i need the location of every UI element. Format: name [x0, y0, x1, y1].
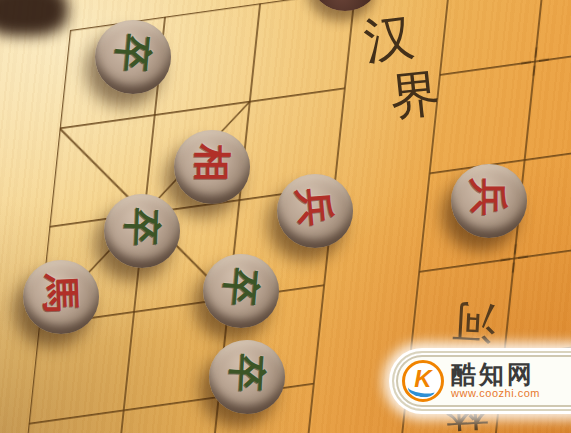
- piece-character: 相: [179, 125, 245, 201]
- watermark-site-url: www.coozhi.com: [451, 388, 540, 400]
- piece-character: 卒: [97, 12, 169, 93]
- piece-character: 卒: [205, 246, 277, 327]
- piece-character: 卒: [108, 188, 177, 266]
- xiangqi-board-photo: 汉 界 河 楚 卒相兵卒馬卒卒兵 K 酷知网 www.coozhi.com: [0, 0, 571, 433]
- piece-character: 兵: [279, 166, 351, 247]
- piece-character: 兵: [456, 159, 522, 235]
- xiangqi-piece-卒: 卒: [203, 254, 279, 328]
- xiangqi-piece-卒: 卒: [104, 194, 180, 268]
- xiangqi-piece-卒: 卒: [209, 340, 285, 414]
- river-label-jie-char: 界: [388, 68, 443, 123]
- river-label-han-char: 汉: [361, 11, 417, 67]
- xiangqi-piece-兵: 兵: [451, 164, 527, 238]
- piece-character: 馬: [27, 254, 96, 332]
- piece-character: 卒: [212, 333, 282, 412]
- xiangqi-piece-相: 相: [174, 130, 250, 204]
- xiangqi-piece-馬: 馬: [23, 260, 99, 334]
- logo-letter: K: [414, 365, 431, 393]
- xiangqi-piece-兵: 兵: [277, 174, 353, 248]
- watermark-site-name: 酷知网: [451, 362, 540, 388]
- watermark-badge: K 酷知网 www.coozhi.com: [392, 351, 571, 411]
- river-label-he-char-rotated: 河: [451, 300, 497, 346]
- table-edge-shadow: [0, 0, 68, 36]
- xiangqi-piece-卒: 卒: [95, 20, 171, 94]
- coozhi-logo-icon: K: [402, 360, 444, 402]
